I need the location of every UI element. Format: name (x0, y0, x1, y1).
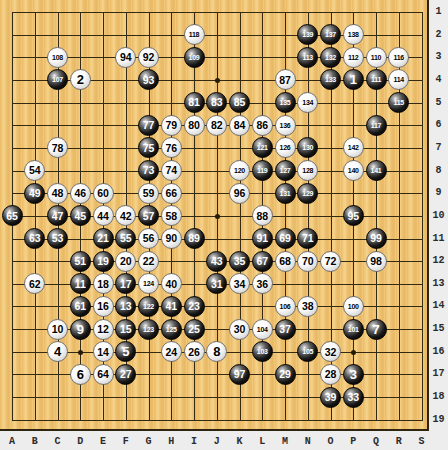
stone-white-94: 94 (115, 47, 136, 68)
stone-white-120: 120 (229, 160, 250, 181)
column-label-Q: Q (368, 435, 384, 449)
row-label-16: 16 (430, 345, 447, 359)
stone-white-108: 108 (47, 47, 68, 68)
go-diagram: 1234567891011121314151617181920212223242… (0, 0, 448, 450)
stone-black-109: 109 (184, 47, 205, 68)
column-label-J: J (209, 435, 225, 449)
stone-white-48: 48 (47, 183, 68, 204)
stone-white-100: 100 (343, 296, 364, 317)
stone-black-63: 63 (24, 228, 45, 249)
stone-white-98: 98 (366, 251, 387, 272)
column-label-M: M (277, 435, 293, 449)
stone-white-42: 42 (115, 205, 136, 226)
stone-white-134: 134 (297, 92, 318, 113)
stone-black-73: 73 (138, 160, 159, 181)
stone-white-82: 82 (206, 115, 227, 136)
stone-white-2: 2 (70, 69, 91, 90)
stone-black-117: 117 (366, 115, 387, 136)
stone-white-58: 58 (161, 205, 182, 226)
stone-black-85: 85 (229, 92, 250, 113)
stone-white-24: 24 (161, 341, 182, 362)
stone-black-51: 51 (70, 251, 91, 272)
stone-white-96: 96 (229, 183, 250, 204)
stone-black-123: 123 (138, 319, 159, 340)
stone-white-28: 28 (320, 364, 341, 385)
stone-white-36: 36 (252, 273, 273, 294)
stone-white-76: 76 (161, 137, 182, 158)
stone-white-80: 80 (184, 115, 205, 136)
stone-white-20: 20 (115, 251, 136, 272)
stone-black-141: 141 (366, 160, 387, 181)
stone-white-126: 126 (275, 137, 296, 158)
stone-black-39: 39 (320, 387, 341, 408)
row-label-1: 1 (430, 5, 447, 19)
column-label-R: R (391, 435, 407, 449)
stone-black-107: 107 (47, 69, 68, 90)
stone-black-97: 97 (229, 364, 250, 385)
stone-white-84: 84 (229, 115, 250, 136)
stone-black-95: 95 (343, 205, 364, 226)
stone-white-78: 78 (47, 137, 68, 158)
stone-white-114: 114 (388, 69, 409, 90)
stone-black-1: 1 (343, 69, 364, 90)
stone-black-15: 15 (115, 319, 136, 340)
stone-white-87: 87 (275, 69, 296, 90)
column-label-E: E (95, 435, 111, 449)
stone-black-133: 133 (320, 69, 341, 90)
stone-white-118: 118 (184, 24, 205, 45)
stone-black-101: 101 (343, 319, 364, 340)
stone-white-16: 16 (93, 296, 114, 317)
stone-black-115: 115 (388, 92, 409, 113)
grid-line-horizontal (12, 420, 423, 421)
stone-black-137: 137 (320, 24, 341, 45)
row-label-10: 10 (430, 209, 447, 223)
stone-white-6: 6 (70, 364, 91, 385)
stone-white-68: 68 (275, 251, 296, 272)
row-label-9: 9 (430, 186, 447, 200)
stone-black-23: 23 (184, 296, 205, 317)
row-label-15: 15 (430, 322, 447, 336)
stone-white-104: 104 (252, 319, 273, 340)
stone-black-93: 93 (138, 69, 159, 90)
stone-black-77: 77 (138, 115, 159, 136)
stone-white-64: 64 (93, 364, 114, 385)
stone-white-66: 66 (161, 183, 182, 204)
stone-black-41: 41 (161, 296, 182, 317)
stone-black-13: 13 (115, 296, 136, 317)
stone-black-99: 99 (366, 228, 387, 249)
row-label-8: 8 (430, 164, 447, 178)
column-label-A: A (4, 435, 20, 449)
stone-white-40: 40 (161, 273, 182, 294)
star-point (215, 214, 220, 219)
grid-line-vertical (422, 12, 423, 421)
stone-black-83: 83 (206, 92, 227, 113)
column-label-H: H (163, 435, 179, 449)
stone-black-131: 131 (275, 183, 296, 204)
column-label-S: S (414, 435, 430, 449)
stone-black-130: 130 (297, 137, 318, 158)
stone-black-67: 67 (252, 251, 273, 272)
stone-black-3: 3 (343, 364, 364, 385)
row-label-17: 17 (430, 367, 447, 381)
stone-black-103: 103 (252, 341, 273, 362)
stone-white-72: 72 (320, 251, 341, 272)
row-label-12: 12 (430, 254, 447, 268)
stone-white-60: 60 (93, 183, 114, 204)
stone-black-113: 113 (297, 47, 318, 68)
grid-line-horizontal (12, 239, 423, 240)
stone-black-53: 53 (47, 228, 68, 249)
stone-black-129: 129 (297, 183, 318, 204)
stone-white-38: 38 (297, 296, 318, 317)
stone-white-79: 79 (161, 115, 182, 136)
stone-black-111: 111 (366, 69, 387, 90)
stone-white-112: 112 (343, 47, 364, 68)
stone-black-75: 75 (138, 137, 159, 158)
stone-black-81: 81 (184, 92, 205, 113)
stone-black-125: 125 (161, 319, 182, 340)
stone-black-132: 132 (320, 47, 341, 68)
stone-black-119: 119 (252, 160, 273, 181)
row-label-14: 14 (430, 299, 447, 313)
row-label-5: 5 (430, 96, 447, 110)
column-label-F: F (118, 435, 134, 449)
row-label-11: 11 (430, 232, 447, 246)
stone-black-55: 55 (115, 228, 136, 249)
column-label-L: L (254, 435, 270, 449)
stone-white-44: 44 (93, 205, 114, 226)
stone-white-54: 54 (24, 160, 45, 181)
stone-white-116: 116 (388, 47, 409, 68)
stone-black-17: 17 (115, 273, 136, 294)
row-label-13: 13 (430, 277, 447, 291)
stone-black-47: 47 (47, 205, 68, 226)
stone-black-29: 29 (275, 364, 296, 385)
stone-white-22: 22 (138, 251, 159, 272)
stone-white-26: 26 (184, 341, 205, 362)
grid-line-vertical (240, 12, 241, 421)
stone-black-135: 135 (275, 92, 296, 113)
stone-black-45: 45 (70, 205, 91, 226)
stone-black-27: 27 (115, 364, 136, 385)
stone-black-122: 122 (138, 296, 159, 317)
row-label-18: 18 (430, 390, 447, 404)
stone-black-35: 35 (229, 251, 250, 272)
stone-black-57: 57 (138, 205, 159, 226)
stone-white-62: 62 (24, 273, 45, 294)
star-point (351, 350, 356, 355)
stone-white-4: 4 (47, 341, 68, 362)
stone-white-59: 59 (138, 183, 159, 204)
column-label-G: G (141, 435, 157, 449)
stone-black-43: 43 (206, 251, 227, 272)
stone-black-127: 127 (275, 160, 296, 181)
stone-white-30: 30 (229, 319, 250, 340)
stone-white-18: 18 (93, 273, 114, 294)
stone-white-110: 110 (366, 47, 387, 68)
stone-black-89: 89 (184, 228, 205, 249)
stone-white-138: 138 (343, 24, 364, 45)
stone-white-70: 70 (297, 251, 318, 272)
stone-white-86: 86 (252, 115, 273, 136)
stone-black-105: 105 (297, 341, 318, 362)
stone-black-69: 69 (275, 228, 296, 249)
column-label-D: D (72, 435, 88, 449)
column-label-C: C (50, 435, 66, 449)
stone-black-121: 121 (252, 137, 273, 158)
stone-white-90: 90 (161, 228, 182, 249)
stone-white-136: 136 (275, 115, 296, 136)
stone-white-56: 56 (138, 228, 159, 249)
column-label-O: O (323, 435, 339, 449)
stone-white-106: 106 (275, 296, 296, 317)
column-label-I: I (186, 435, 202, 449)
stone-white-34: 34 (229, 273, 250, 294)
star-point (78, 350, 83, 355)
stone-black-31: 31 (206, 273, 227, 294)
stone-white-140: 140 (343, 160, 364, 181)
stone-black-61: 61 (70, 296, 91, 317)
stone-black-65: 65 (2, 205, 23, 226)
go-board[interactable]: 1234567891011121314151617181920212223242… (0, 0, 429, 431)
stone-black-49: 49 (24, 183, 45, 204)
stone-black-33: 33 (343, 387, 364, 408)
stone-white-74: 74 (161, 160, 182, 181)
stone-black-139: 139 (297, 24, 318, 45)
stone-white-12: 12 (93, 319, 114, 340)
stone-white-8: 8 (206, 341, 227, 362)
stone-white-128: 128 (297, 160, 318, 181)
stone-black-5: 5 (115, 341, 136, 362)
stone-black-91: 91 (252, 228, 273, 249)
stone-white-10: 10 (47, 319, 68, 340)
star-point (215, 78, 220, 83)
stone-black-21: 21 (93, 228, 114, 249)
column-label-K: K (232, 435, 248, 449)
stone-white-46: 46 (70, 183, 91, 204)
row-label-4: 4 (430, 73, 447, 87)
row-label-2: 2 (430, 28, 447, 42)
stone-black-9: 9 (70, 319, 91, 340)
stone-white-14: 14 (93, 341, 114, 362)
stone-white-142: 142 (343, 137, 364, 158)
stone-black-7: 7 (366, 319, 387, 340)
stone-white-124: 124 (138, 273, 159, 294)
row-label-19: 19 (430, 413, 447, 427)
stone-black-19: 19 (93, 251, 114, 272)
column-label-B: B (27, 435, 43, 449)
stone-black-71: 71 (297, 228, 318, 249)
column-label-N: N (300, 435, 316, 449)
stone-white-32: 32 (320, 341, 341, 362)
row-label-7: 7 (430, 141, 447, 155)
row-label-3: 3 (430, 50, 447, 64)
stone-white-92: 92 (138, 47, 159, 68)
stone-black-37: 37 (275, 319, 296, 340)
column-label-P: P (345, 435, 361, 449)
stone-white-88: 88 (252, 205, 273, 226)
stone-black-25: 25 (184, 319, 205, 340)
row-label-6: 6 (430, 118, 447, 132)
stone-black-11: 11 (70, 273, 91, 294)
